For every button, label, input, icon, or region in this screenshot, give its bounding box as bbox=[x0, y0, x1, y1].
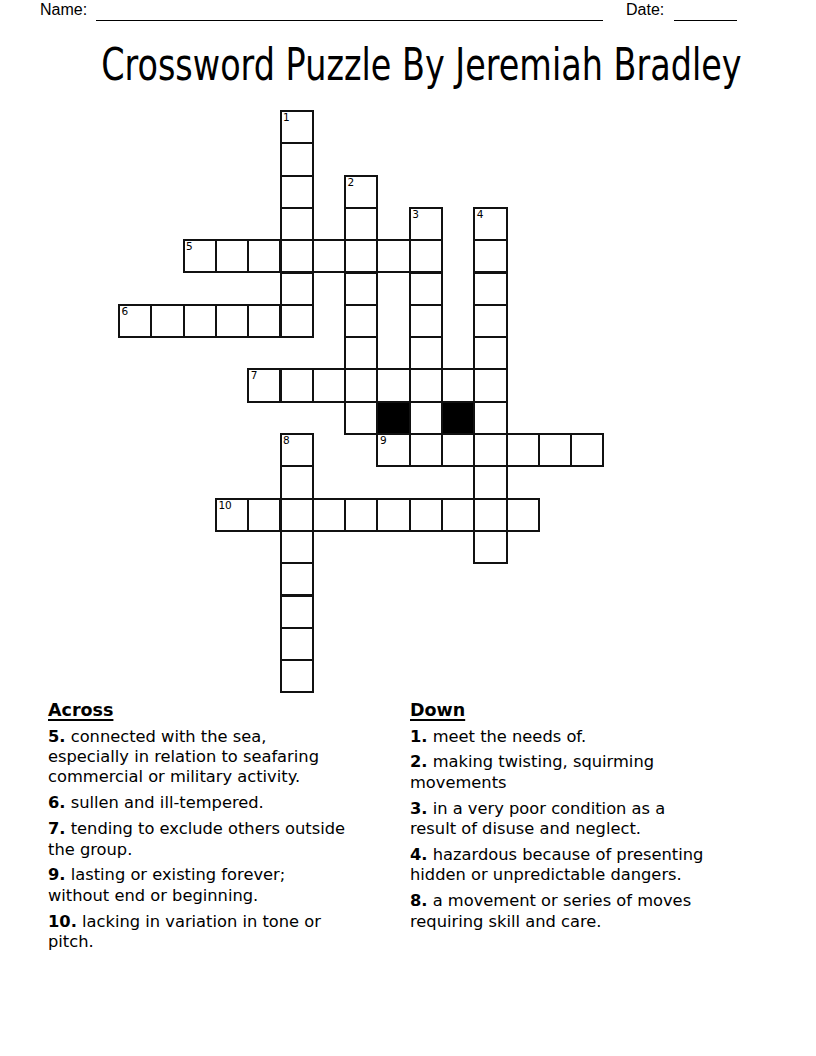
grid-cell-r3c7[interactable] bbox=[344, 207, 378, 241]
clue-across-5: 5. connected with the sea, especially in… bbox=[48, 727, 388, 788]
grid-cell-r5c9[interactable] bbox=[409, 272, 443, 306]
grid-cell-r6c0[interactable]: 6 bbox=[118, 304, 152, 338]
cell-number-3: 3 bbox=[412, 208, 419, 220]
grid-cell-r16c5[interactable] bbox=[280, 627, 314, 661]
clue-text: a movement or series of moves requiring … bbox=[410, 891, 691, 930]
grid-cell-r8c9[interactable] bbox=[409, 368, 443, 402]
clue-number: 3. bbox=[410, 799, 428, 818]
cell-number-4: 4 bbox=[477, 208, 484, 220]
grid-cell-r15c5[interactable] bbox=[280, 595, 314, 629]
grid-cell-r4c4[interactable] bbox=[247, 239, 281, 273]
clue-number: 9. bbox=[48, 865, 66, 884]
clue-text: hazardous because of presenting hidden o… bbox=[410, 845, 703, 884]
grid-cell-r6c4[interactable] bbox=[247, 304, 281, 338]
grid-cell-r4c5[interactable] bbox=[280, 239, 314, 273]
grid-cell-r3c5[interactable] bbox=[280, 207, 314, 241]
clue-number: 2. bbox=[410, 752, 428, 771]
grid-cell-r12c7[interactable] bbox=[344, 498, 378, 532]
grid-cell-r10c11[interactable] bbox=[473, 433, 507, 467]
cell-number-2: 2 bbox=[348, 176, 355, 188]
grid-cell-r4c6[interactable] bbox=[312, 239, 346, 273]
grid-cell-r6c9[interactable] bbox=[409, 304, 443, 338]
cell-number-9: 9 bbox=[380, 434, 387, 446]
grid-cell-r0c5[interactable]: 1 bbox=[280, 110, 314, 144]
down-clues-section: Down 1. meet the needs of.2. making twis… bbox=[410, 700, 744, 932]
cell-number-10: 10 bbox=[218, 499, 231, 511]
clue-text: lacking in variation in tone or pitch. bbox=[48, 912, 321, 951]
grid-cell-r3c11[interactable]: 4 bbox=[473, 207, 507, 241]
grid-cell-r5c7[interactable] bbox=[344, 272, 378, 306]
grid-cell-r8c8[interactable] bbox=[376, 368, 410, 402]
clue-number: 10. bbox=[48, 912, 77, 931]
clue-text: in a very poor condition as a result of … bbox=[410, 799, 665, 838]
cell-number-8: 8 bbox=[283, 434, 290, 446]
clue-across-7: 7. tending to exclude others outside the… bbox=[48, 819, 388, 860]
clue-number: 8. bbox=[410, 891, 428, 910]
grid-cell-r4c7[interactable] bbox=[344, 239, 378, 273]
date-label: Date: bbox=[626, 1, 664, 19]
clue-down-3: 3. in a very poor condition as a result … bbox=[410, 799, 744, 840]
grid-cell-r5c11[interactable] bbox=[473, 272, 507, 306]
grid-cell-r12c6[interactable] bbox=[312, 498, 346, 532]
clue-across-10: 10. lacking in variation in tone or pitc… bbox=[48, 912, 388, 953]
grid-cell-r14c5[interactable] bbox=[280, 562, 314, 596]
cell-number-7: 7 bbox=[251, 369, 258, 381]
grid-cell-r8c6[interactable] bbox=[312, 368, 346, 402]
grid-cell-r7c11[interactable] bbox=[473, 336, 507, 370]
grid-cell-r8c4[interactable]: 7 bbox=[247, 368, 281, 402]
clue-down-2: 2. making twisting, squirming movements bbox=[410, 752, 744, 793]
grid-cell-r9c7[interactable] bbox=[344, 401, 378, 435]
grid-cell-r4c9[interactable] bbox=[409, 239, 443, 273]
black-cell-r9c8 bbox=[376, 401, 410, 435]
grid-cell-r9c9[interactable] bbox=[409, 401, 443, 435]
clue-text: meet the needs of. bbox=[428, 727, 587, 746]
grid-cell-r10c9[interactable] bbox=[409, 433, 443, 467]
clue-down-4: 4. hazardous because of presenting hidde… bbox=[410, 845, 744, 886]
grid-cell-r12c12[interactable] bbox=[506, 498, 540, 532]
grid-cell-r12c4[interactable] bbox=[247, 498, 281, 532]
clue-text: connected with the sea, especially in re… bbox=[48, 727, 319, 787]
down-clues-list: 1. meet the needs of.2. making twisting,… bbox=[410, 727, 744, 933]
grid-cell-r4c3[interactable] bbox=[215, 239, 249, 273]
cell-number-1: 1 bbox=[283, 111, 290, 123]
grid-cell-r10c10[interactable] bbox=[441, 433, 475, 467]
grid-cell-r2c5[interactable] bbox=[280, 175, 314, 209]
clue-across-6: 6. sullen and ill-tempered. bbox=[48, 793, 388, 813]
grid-cell-r17c5[interactable] bbox=[280, 659, 314, 693]
grid-cell-r6c7[interactable] bbox=[344, 304, 378, 338]
cell-number-5: 5 bbox=[186, 240, 193, 252]
grid-cell-r7c9[interactable] bbox=[409, 336, 443, 370]
cell-number-6: 6 bbox=[122, 305, 129, 317]
grid-cell-r10c12[interactable] bbox=[506, 433, 540, 467]
grid-cell-r9c11[interactable] bbox=[473, 401, 507, 435]
grid-cell-r13c11[interactable] bbox=[473, 530, 507, 564]
grid-cell-r5c5[interactable] bbox=[280, 272, 314, 306]
grid-cell-r12c10[interactable] bbox=[441, 498, 475, 532]
grid-cell-r8c11[interactable] bbox=[473, 368, 507, 402]
clue-text: making twisting, squirming movements bbox=[410, 752, 654, 791]
grid-cell-r3c9[interactable]: 3 bbox=[409, 207, 443, 241]
grid-cell-r12c3[interactable]: 10 bbox=[215, 498, 249, 532]
name-blank-line[interactable] bbox=[96, 2, 603, 21]
grid-cell-r1c5[interactable] bbox=[280, 142, 314, 176]
grid-cell-r8c5[interactable] bbox=[280, 368, 314, 402]
crossword-grid: 12345678910 bbox=[118, 110, 605, 694]
grid-cell-r12c5[interactable] bbox=[280, 498, 314, 532]
date-blank-line[interactable] bbox=[674, 2, 737, 21]
grid-cell-r12c8[interactable] bbox=[376, 498, 410, 532]
grid-cell-r10c13[interactable] bbox=[538, 433, 572, 467]
grid-cell-r13c5[interactable] bbox=[280, 530, 314, 564]
across-heading: Across bbox=[48, 700, 388, 721]
clue-text: lasting or existing forever; without end… bbox=[48, 865, 285, 904]
grid-cell-r4c8[interactable] bbox=[376, 239, 410, 273]
grid-cell-r10c5[interactable]: 8 bbox=[280, 433, 314, 467]
clue-text: tending to exclude others outside the gr… bbox=[48, 819, 345, 858]
grid-cell-r12c11[interactable] bbox=[473, 498, 507, 532]
grid-cell-r8c10[interactable] bbox=[441, 368, 475, 402]
grid-cell-r2c7[interactable]: 2 bbox=[344, 175, 378, 209]
grid-cell-r11c11[interactable] bbox=[473, 465, 507, 499]
across-clues-section: Across 5. connected with the sea, especi… bbox=[48, 700, 388, 953]
clue-down-1: 1. meet the needs of. bbox=[410, 727, 744, 747]
grid-cell-r8c7[interactable] bbox=[344, 368, 378, 402]
page-title-wrap: Crossword Puzzle By Jeremiah Bradley bbox=[0, 41, 816, 89]
grid-cell-r7c7[interactable] bbox=[344, 336, 378, 370]
grid-cell-r6c1[interactable] bbox=[150, 304, 184, 338]
clue-text: sullen and ill-tempered. bbox=[66, 793, 264, 812]
grid-cell-r4c11[interactable] bbox=[473, 239, 507, 273]
grid-cell-r12c9[interactable] bbox=[409, 498, 443, 532]
grid-cell-r11c5[interactable] bbox=[280, 465, 314, 499]
grid-cell-r6c3[interactable] bbox=[215, 304, 249, 338]
clue-number: 7. bbox=[48, 819, 66, 838]
clue-across-9: 9. lasting or existing forever; without … bbox=[48, 865, 388, 906]
grid-cell-r10c14[interactable] bbox=[570, 433, 604, 467]
clue-number: 5. bbox=[48, 727, 66, 746]
black-cell-r9c10 bbox=[441, 401, 475, 435]
grid-cell-r6c5[interactable] bbox=[280, 304, 314, 338]
clue-down-8: 8. a movement or series of moves requiri… bbox=[410, 891, 744, 932]
grid-cell-r10c8[interactable]: 9 bbox=[376, 433, 410, 467]
clue-number: 4. bbox=[410, 845, 428, 864]
page-title: Crossword Puzzle By Jeremiah Bradley bbox=[101, 41, 741, 89]
grid-cell-r6c11[interactable] bbox=[473, 304, 507, 338]
clue-number: 1. bbox=[410, 727, 428, 746]
down-heading: Down bbox=[410, 700, 744, 721]
grid-cell-r4c2[interactable]: 5 bbox=[183, 239, 217, 273]
name-label: Name: bbox=[40, 1, 87, 19]
grid-cell-r6c2[interactable] bbox=[183, 304, 217, 338]
across-clues-list: 5. connected with the sea, especially in… bbox=[48, 727, 388, 953]
clue-number: 6. bbox=[48, 793, 66, 812]
